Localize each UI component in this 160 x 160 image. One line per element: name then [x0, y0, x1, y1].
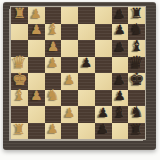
black-pawn-d5[interactable]: ♟ — [78, 55, 95, 72]
square-g7[interactable]: ♝ — [112, 106, 129, 123]
board: ♜♟♟♜♟♝♟♞♟♟♝♛♟♟♛♚♟♟♚♝♟♞♟♟♟♝♞♜♟♟♜ — [11, 7, 145, 139]
white-pawn-c3[interactable]: ♟ — [45, 38, 62, 55]
black-rook-h8[interactable]: ♜ — [128, 121, 145, 138]
square-b4[interactable] — [61, 24, 78, 41]
square-c2[interactable] — [28, 40, 45, 57]
square-h4[interactable] — [61, 123, 78, 140]
white-rook-h1[interactable]: ♜ — [11, 121, 28, 138]
square-c6[interactable] — [95, 40, 112, 57]
square-h8[interactable]: ♜ — [128, 123, 145, 140]
square-b6[interactable] — [95, 24, 112, 41]
square-h3[interactable]: ♟ — [45, 123, 62, 140]
black-knight-g8[interactable]: ♞ — [128, 104, 145, 121]
black-pawn-f7[interactable]: ♟ — [112, 88, 129, 105]
white-rook-a1[interactable]: ♜ — [11, 5, 28, 22]
white-king-e1[interactable]: ♚ — [11, 71, 28, 88]
chessboard-photo: ♜♟♟♜♟♝♟♞♟♟♝♛♟♟♛♚♟♟♚♝♟♞♟♟♟♝♞♜♟♟♜ — [0, 0, 160, 160]
white-pawn-e4[interactable]: ♟ — [61, 71, 78, 88]
square-g5[interactable] — [78, 106, 95, 123]
square-b1[interactable] — [11, 24, 28, 41]
black-bishop-g7[interactable]: ♝ — [112, 104, 129, 121]
black-pawn-g6[interactable]: ♟ — [95, 104, 112, 121]
square-e8[interactable]: ♚ — [128, 73, 145, 90]
black-knight-b8[interactable]: ♞ — [128, 22, 145, 39]
white-knight-f3[interactable]: ♞ — [45, 88, 62, 105]
square-g4[interactable]: ♟ — [61, 106, 78, 123]
square-a5[interactable] — [78, 7, 95, 24]
square-b2[interactable]: ♟ — [28, 24, 45, 41]
square-h6[interactable]: ♟ — [95, 123, 112, 140]
square-a6[interactable] — [95, 7, 112, 24]
black-pawn-a7[interactable]: ♟ — [112, 5, 129, 22]
black-rook-a8[interactable]: ♜ — [128, 5, 145, 22]
black-pawn-h6[interactable]: ♟ — [95, 121, 112, 138]
square-f5[interactable] — [78, 90, 95, 107]
square-f1[interactable]: ♝ — [11, 90, 28, 107]
black-pawn-e7[interactable]: ♟ — [112, 71, 129, 88]
square-h2[interactable] — [28, 123, 45, 140]
square-c7[interactable]: ♟ — [112, 40, 129, 57]
square-g2[interactable] — [28, 106, 45, 123]
square-d3[interactable]: ♟ — [45, 57, 62, 74]
square-e5[interactable] — [78, 73, 95, 90]
white-pawn-b2[interactable]: ♟ — [28, 22, 45, 39]
square-a1[interactable]: ♜ — [11, 7, 28, 24]
square-f3[interactable]: ♞ — [45, 90, 62, 107]
square-d2[interactable] — [28, 57, 45, 74]
square-e4[interactable]: ♟ — [61, 73, 78, 90]
square-c4[interactable] — [61, 40, 78, 57]
square-f2[interactable]: ♟ — [28, 90, 45, 107]
black-pawn-c7[interactable]: ♟ — [112, 38, 129, 55]
white-bishop-f1[interactable]: ♝ — [11, 88, 28, 105]
square-e6[interactable] — [95, 73, 112, 90]
white-pawn-a2[interactable]: ♟ — [28, 5, 45, 22]
square-h1[interactable]: ♜ — [11, 123, 28, 140]
white-pawn-h3[interactable]: ♟ — [45, 121, 62, 138]
white-pawn-g4[interactable]: ♟ — [61, 104, 78, 121]
black-pawn-b7[interactable]: ♟ — [112, 22, 129, 39]
white-pawn-d3[interactable]: ♟ — [45, 55, 62, 72]
black-king-e8[interactable]: ♚ — [128, 71, 145, 88]
square-h7[interactable] — [112, 123, 129, 140]
square-a4[interactable] — [61, 7, 78, 24]
white-bishop-b3[interactable]: ♝ — [45, 22, 62, 39]
square-b5[interactable] — [78, 24, 95, 41]
square-h5[interactable] — [78, 123, 95, 140]
square-d5[interactable]: ♟ — [78, 57, 95, 74]
white-pawn-f2[interactable]: ♟ — [28, 88, 45, 105]
square-d6[interactable] — [95, 57, 112, 74]
